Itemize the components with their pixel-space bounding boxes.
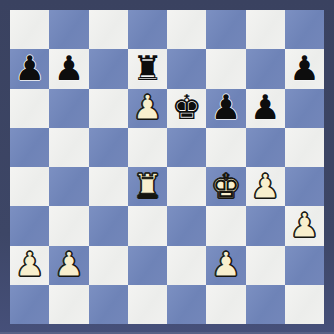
piece-white-pawn[interactable]: ♟ [132,90,162,124]
piece-white-king[interactable]: ♚ [211,169,241,203]
square-d4[interactable]: ♜ [128,167,167,206]
square-c1[interactable] [89,285,128,324]
square-f8[interactable] [206,10,245,49]
square-b8[interactable] [49,10,88,49]
piece-black-king[interactable]: ♚ [171,90,201,124]
square-a6[interactable] [10,89,49,128]
square-e4[interactable] [167,167,206,206]
square-c7[interactable] [89,49,128,88]
square-c2[interactable] [89,246,128,285]
piece-white-pawn[interactable]: ♟ [250,169,280,203]
square-f4[interactable]: ♚ [206,167,245,206]
square-g6[interactable]: ♟ [246,89,285,128]
square-h3[interactable]: ♟ [285,206,324,245]
chess-board-frame: ♟♟♜♟♟♚♟♟♜♚♟♟♟♟♟ [0,0,334,334]
square-b3[interactable] [49,206,88,245]
square-a8[interactable] [10,10,49,49]
square-h4[interactable] [285,167,324,206]
square-f2[interactable]: ♟ [206,246,245,285]
square-b1[interactable] [49,285,88,324]
square-e3[interactable] [167,206,206,245]
square-e6[interactable]: ♚ [167,89,206,128]
square-a5[interactable] [10,128,49,167]
square-h1[interactable] [285,285,324,324]
square-e8[interactable] [167,10,206,49]
square-a7[interactable]: ♟ [10,49,49,88]
piece-black-pawn[interactable]: ♟ [54,51,84,85]
square-h6[interactable] [285,89,324,128]
square-g1[interactable] [246,285,285,324]
square-e2[interactable] [167,246,206,285]
square-h8[interactable] [285,10,324,49]
piece-white-pawn[interactable]: ♟ [211,247,241,281]
square-c3[interactable] [89,206,128,245]
square-b2[interactable]: ♟ [49,246,88,285]
square-h7[interactable]: ♟ [285,49,324,88]
square-h5[interactable] [285,128,324,167]
square-b6[interactable] [49,89,88,128]
square-a2[interactable]: ♟ [10,246,49,285]
square-e5[interactable] [167,128,206,167]
square-c6[interactable] [89,89,128,128]
square-d3[interactable] [128,206,167,245]
square-d1[interactable] [128,285,167,324]
square-g8[interactable] [246,10,285,49]
square-e7[interactable] [167,49,206,88]
square-f6[interactable]: ♟ [206,89,245,128]
square-d8[interactable] [128,10,167,49]
piece-white-pawn[interactable]: ♟ [54,247,84,281]
square-h2[interactable] [285,246,324,285]
square-a1[interactable] [10,285,49,324]
square-a4[interactable] [10,167,49,206]
square-g3[interactable] [246,206,285,245]
square-b7[interactable]: ♟ [49,49,88,88]
piece-black-pawn[interactable]: ♟ [211,90,241,124]
piece-black-pawn[interactable]: ♟ [289,51,319,85]
square-d6[interactable]: ♟ [128,89,167,128]
square-g4[interactable]: ♟ [246,167,285,206]
piece-black-pawn[interactable]: ♟ [250,90,280,124]
square-c4[interactable] [89,167,128,206]
square-e1[interactable] [167,285,206,324]
square-d5[interactable] [128,128,167,167]
square-f5[interactable] [206,128,245,167]
square-f7[interactable] [206,49,245,88]
square-g2[interactable] [246,246,285,285]
square-c8[interactable] [89,10,128,49]
square-a3[interactable] [10,206,49,245]
square-g5[interactable] [246,128,285,167]
piece-white-pawn[interactable]: ♟ [14,247,44,281]
chess-board: ♟♟♜♟♟♚♟♟♜♚♟♟♟♟♟ [10,10,324,324]
square-g7[interactable] [246,49,285,88]
piece-white-rook[interactable]: ♜ [132,169,162,203]
square-b5[interactable] [49,128,88,167]
square-b4[interactable] [49,167,88,206]
square-f3[interactable] [206,206,245,245]
square-d2[interactable] [128,246,167,285]
piece-black-rook[interactable]: ♜ [132,51,162,85]
piece-white-pawn[interactable]: ♟ [289,208,319,242]
square-f1[interactable] [206,285,245,324]
square-d7[interactable]: ♜ [128,49,167,88]
piece-black-pawn[interactable]: ♟ [14,51,44,85]
square-c5[interactable] [89,128,128,167]
